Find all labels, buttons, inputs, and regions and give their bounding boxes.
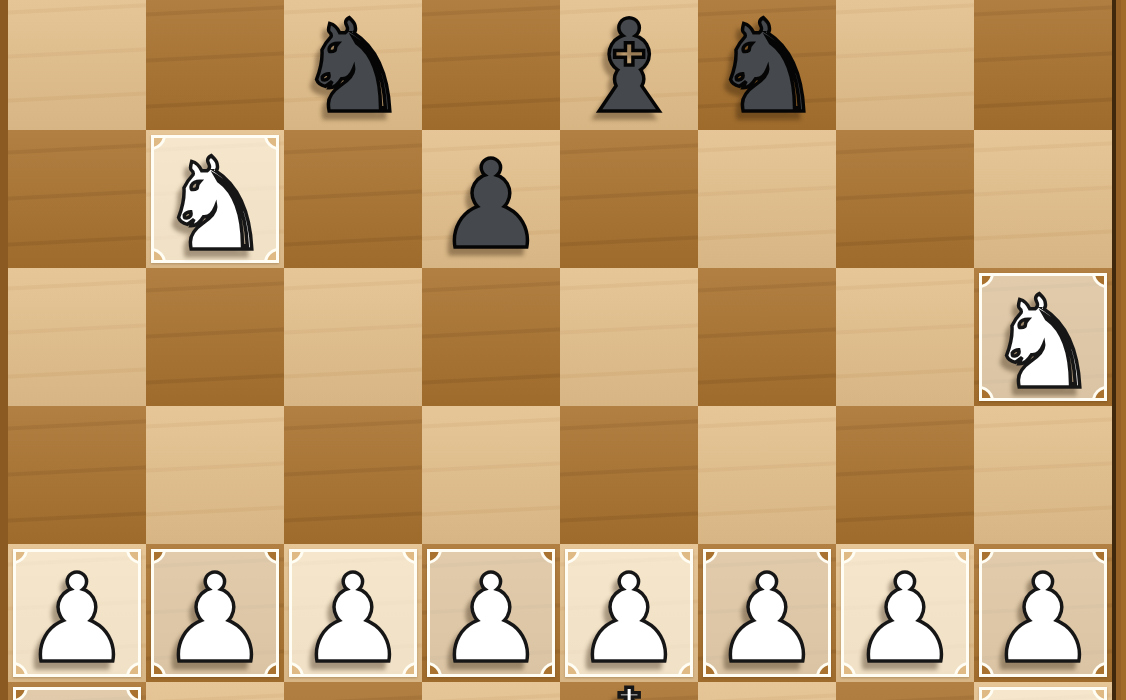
square-h3[interactable] [974,406,1112,544]
square-a3[interactable] [8,406,146,544]
square-h5[interactable] [974,130,1112,268]
white-pawn-d2[interactable]: ♟ [422,550,560,688]
square-a5[interactable] [8,130,146,268]
square-c5[interactable] [284,130,422,268]
square-d6[interactable] [422,0,560,130]
square-d4[interactable] [422,268,560,406]
square-c3[interactable] [284,406,422,544]
square-d3[interactable] [422,406,560,544]
square-g5[interactable] [836,130,974,268]
board-frame-left-edge [0,0,8,700]
square-b2[interactable]: ♟ [146,544,284,682]
black-knight-f6[interactable]: ♞ [698,0,836,136]
square-f5[interactable] [698,130,836,268]
white-bishop-c1[interactable]: ♝ [284,688,422,700]
square-c4[interactable] [284,268,422,406]
square-f2[interactable]: ♟ [698,544,836,682]
white-king-e1[interactable]: ♚ [560,668,698,700]
chess-board-viewport: ♞♝♞♞♟♞♟♟♟♟♟♟♟♟♜♝♛♚♝♜ [0,0,1126,700]
white-pawn-g2[interactable]: ♟ [836,550,974,688]
square-a2[interactable]: ♟ [8,544,146,682]
square-h4[interactable]: ♞ [974,268,1112,406]
white-knight-h4[interactable]: ♞ [974,274,1112,412]
white-queen-d1[interactable]: ♛ [422,688,560,700]
black-bishop-e6[interactable]: ♝ [560,0,698,136]
square-f6[interactable]: ♞ [698,0,836,130]
square-a6[interactable] [8,0,146,130]
white-pawn-f2[interactable]: ♟ [698,550,836,688]
square-f4[interactable] [698,268,836,406]
square-e5[interactable] [560,130,698,268]
white-pawn-c2[interactable]: ♟ [284,550,422,688]
square-g3[interactable] [836,406,974,544]
black-pawn-d5[interactable]: ♟ [422,136,560,274]
square-a1[interactable]: ♜ [8,682,146,700]
white-rook-h1[interactable]: ♜ [974,688,1112,700]
square-e6[interactable]: ♝ [560,0,698,130]
square-a4[interactable] [8,268,146,406]
board-frame-right-edge [1112,0,1126,700]
square-h1[interactable]: ♜ [974,682,1112,700]
square-d1[interactable]: ♛ [422,682,560,700]
square-e1[interactable]: ♚ [560,682,698,700]
white-rook-a1[interactable]: ♜ [8,688,146,700]
square-c1[interactable]: ♝ [284,682,422,700]
square-e4[interactable] [560,268,698,406]
white-pawn-b2[interactable]: ♟ [146,550,284,688]
square-e3[interactable] [560,406,698,544]
square-g6[interactable] [836,0,974,130]
white-bishop-f1[interactable]: ♝ [698,688,836,700]
square-b4[interactable] [146,268,284,406]
square-b5[interactable]: ♞ [146,130,284,268]
white-pawn-a2[interactable]: ♟ [8,550,146,688]
square-d2[interactable]: ♟ [422,544,560,682]
square-f1[interactable]: ♝ [698,682,836,700]
black-knight-c6[interactable]: ♞ [284,0,422,136]
square-c6[interactable]: ♞ [284,0,422,130]
white-pawn-h2[interactable]: ♟ [974,550,1112,688]
chess-board: ♞♝♞♞♟♞♟♟♟♟♟♟♟♟♜♝♛♚♝♜ [8,0,1112,700]
square-g2[interactable]: ♟ [836,544,974,682]
square-d5[interactable]: ♟ [422,130,560,268]
square-b3[interactable] [146,406,284,544]
square-c2[interactable]: ♟ [284,544,422,682]
square-h6[interactable] [974,0,1112,130]
square-h2[interactable]: ♟ [974,544,1112,682]
square-b6[interactable] [146,0,284,130]
square-f3[interactable] [698,406,836,544]
square-g4[interactable] [836,268,974,406]
white-knight-b5[interactable]: ♞ [146,136,284,274]
